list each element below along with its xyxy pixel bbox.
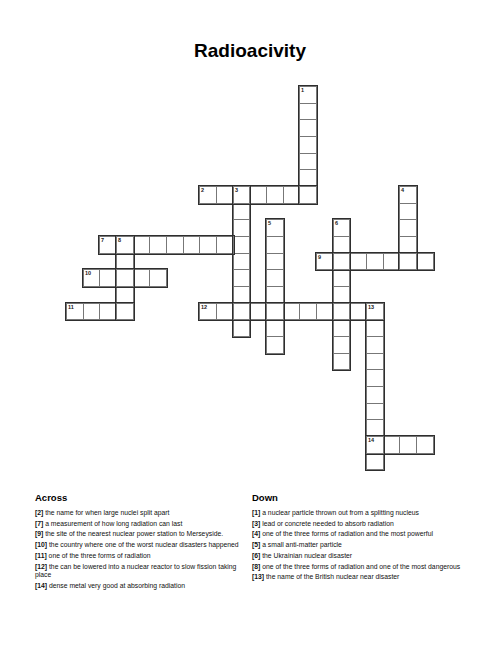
grid-cell[interactable]	[366, 419, 384, 437]
clue-item: [3] lead or concrete needed to absorb ra…	[252, 520, 476, 529]
cell-number: 3	[235, 188, 238, 194]
grid-cell[interactable]	[349, 303, 367, 320]
grid-cell[interactable]	[299, 186, 317, 204]
grid-cell[interactable]	[299, 119, 317, 137]
grid-cell[interactable]	[366, 319, 384, 337]
clue-item: [2] the name for when large nuclei split…	[35, 509, 250, 518]
grid-cell[interactable]	[333, 319, 350, 337]
grid-cell[interactable]	[366, 453, 384, 470]
grid-cell[interactable]	[233, 219, 250, 237]
grid-cell[interactable]	[333, 303, 350, 320]
clue-number-label: [4]	[252, 530, 260, 537]
grid-cell[interactable]	[366, 386, 384, 404]
grid-cell[interactable]	[266, 253, 284, 270]
clue-number-label: [7]	[35, 520, 43, 527]
grid-cell[interactable]	[366, 253, 384, 270]
grid-cell[interactable]	[299, 136, 317, 154]
cell-number: 5	[268, 221, 271, 227]
clue-number-label: [2]	[35, 509, 43, 516]
grid-cell[interactable]	[399, 203, 417, 220]
clue-item: [13] the name of the British nuclear nea…	[252, 573, 476, 582]
grid-cell[interactable]	[366, 336, 384, 354]
grid-cell[interactable]	[133, 236, 150, 254]
clue-number-label: [6]	[252, 552, 260, 559]
grid-cell[interactable]	[299, 169, 317, 187]
cell-number: 9	[318, 255, 321, 261]
grid-cell[interactable]	[399, 253, 417, 270]
grid-cell[interactable]	[233, 236, 250, 254]
grid-cell[interactable]	[266, 236, 284, 254]
grid-cell[interactable]	[149, 236, 167, 254]
grid-cell[interactable]	[216, 186, 234, 204]
grid-cell[interactable]	[366, 369, 384, 387]
grid-cell[interactable]	[333, 236, 350, 254]
cell-number: 13	[368, 305, 374, 311]
grid-cell[interactable]	[149, 269, 167, 287]
grid-cell[interactable]	[399, 219, 417, 237]
cell-number: 12	[201, 305, 207, 311]
cell-number: 10	[85, 271, 91, 277]
grid-cell[interactable]	[266, 269, 284, 287]
clue-item: [4] one of the three forms of radiation …	[252, 530, 476, 539]
grid-cell[interactable]	[299, 153, 317, 170]
grid-cell[interactable]	[399, 236, 417, 254]
grid-cell[interactable]	[216, 303, 234, 320]
cell-number: 1	[301, 88, 304, 94]
grid-cell[interactable]	[366, 403, 384, 420]
clue-item: [11] one of the three forms of radiation	[35, 552, 250, 561]
clue-item: [5] a small anti-matter particle	[252, 541, 476, 550]
grid-cell[interactable]	[116, 303, 134, 320]
grid-cell[interactable]	[366, 353, 384, 370]
clue-number-label: [10]	[35, 541, 47, 548]
puzzle-title: Radioacivity	[0, 40, 500, 62]
clue-item: [9] the site of the nearest nuclear powe…	[35, 530, 250, 539]
clue-item: [12] the can be lowered into a nuclear r…	[35, 563, 250, 580]
grid-cell[interactable]	[266, 319, 284, 337]
cell-number: 8	[118, 238, 121, 244]
grid-cell[interactable]	[333, 336, 350, 354]
grid-cell[interactable]	[333, 353, 350, 370]
grid-cell[interactable]	[233, 319, 250, 337]
grid-cell[interactable]	[166, 236, 184, 254]
grid-cell[interactable]	[99, 303, 117, 320]
across-clues-section: Across [2] the name for when large nucle…	[35, 492, 250, 593]
cell-number: 11	[68, 305, 74, 311]
clue-item: [7] a measurement of how long radiation …	[35, 520, 250, 529]
grid-cell[interactable]	[99, 269, 117, 287]
down-clues-section: Down [1] a nuclear particle thrown out f…	[252, 492, 476, 584]
grid-cell[interactable]	[266, 336, 284, 354]
grid-cell[interactable]	[266, 186, 284, 204]
grid-cell[interactable]	[83, 303, 100, 320]
grid-cell[interactable]	[233, 303, 250, 320]
grid-cell[interactable]	[333, 253, 350, 270]
grid-cell[interactable]	[233, 269, 250, 287]
grid-cell[interactable]	[233, 286, 250, 304]
grid-cell[interactable]	[116, 286, 134, 304]
clue-item: [6] the Ukrainian nuclear disaster	[252, 552, 476, 561]
clue-number-label: [13]	[252, 573, 264, 580]
clue-item: [1] a nuclear particle thrown out from a…	[252, 509, 476, 518]
cell-number: 7	[101, 238, 104, 244]
down-header: Down	[252, 492, 476, 503]
grid-cell[interactable]	[249, 303, 267, 320]
grid-cell[interactable]	[399, 436, 417, 454]
grid-cell[interactable]	[416, 253, 434, 270]
grid-cell[interactable]	[183, 236, 200, 254]
grid-cell[interactable]	[299, 103, 317, 120]
grid-cell[interactable]	[316, 303, 334, 320]
clue-number-label: [9]	[35, 530, 43, 537]
down-clue-list: [1] a nuclear particle thrown out from a…	[252, 509, 476, 582]
clue-number-label: [3]	[252, 520, 260, 527]
clue-number-label: [5]	[252, 541, 260, 548]
clue-number-label: [8]	[252, 563, 260, 570]
grid-cell[interactable]	[383, 436, 400, 454]
grid-cell[interactable]	[383, 253, 400, 270]
grid-cell[interactable]	[133, 269, 150, 287]
grid-cell[interactable]	[266, 303, 284, 320]
grid-cell[interactable]	[116, 269, 134, 287]
clue-number-label: [12]	[35, 563, 47, 570]
grid-cell[interactable]	[299, 303, 317, 320]
clue-number-label: [11]	[35, 552, 47, 559]
clue-item: [14] dense metal very good at absorbing …	[35, 582, 250, 591]
grid-cell[interactable]	[216, 236, 234, 254]
grid-cell[interactable]	[116, 253, 134, 270]
grid-cell[interactable]	[283, 186, 300, 204]
grid-cell[interactable]	[233, 253, 250, 270]
cell-number: 4	[401, 188, 404, 194]
grid-cell[interactable]	[199, 236, 217, 254]
clue-number-label: [1]	[252, 509, 260, 516]
grid-cell[interactable]	[233, 203, 250, 220]
grid-cell[interactable]	[266, 286, 284, 304]
cell-number: 6	[335, 221, 338, 227]
grid-cell[interactable]	[283, 303, 300, 320]
across-header: Across	[35, 492, 250, 503]
cell-number: 14	[368, 438, 374, 444]
grid-cell[interactable]	[333, 286, 350, 304]
grid-cell[interactable]	[416, 436, 434, 454]
clue-item: [10] the country where one of the worst …	[35, 541, 250, 550]
grid-cell[interactable]	[349, 253, 367, 270]
across-clue-list: [2] the name for when large nuclei split…	[35, 509, 250, 591]
grid-cell[interactable]	[249, 186, 267, 204]
clue-number-label: [14]	[35, 582, 47, 589]
crossword-grid: 1234567891011121314	[66, 86, 451, 471]
cell-number: 2	[201, 188, 204, 194]
clue-item: [8] one of the three forms of radiation …	[252, 563, 476, 572]
grid-cell[interactable]	[333, 269, 350, 287]
